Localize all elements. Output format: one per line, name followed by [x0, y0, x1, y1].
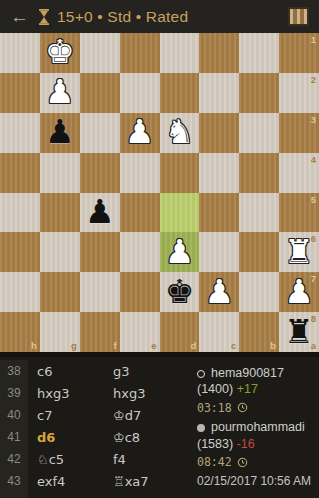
square-d3[interactable]: ♞ — [160, 113, 200, 153]
move-white-40[interactable]: c7 — [28, 408, 113, 423]
move-black-38[interactable]: g3 — [113, 364, 166, 379]
square-h5[interactable] — [0, 193, 40, 233]
square-c4[interactable] — [199, 153, 239, 193]
square-f1[interactable] — [80, 33, 120, 73]
rank-label-3: 3 — [311, 115, 316, 125]
black-rating-change: -16 — [237, 437, 255, 451]
square-h3[interactable] — [0, 113, 40, 153]
move-white-42[interactable]: ♘c5 — [28, 452, 113, 467]
square-d1[interactable] — [160, 33, 200, 73]
square-f3[interactable] — [80, 113, 120, 153]
move-number: 42 — [0, 448, 28, 470]
square-d6[interactable]: ♟ — [160, 232, 200, 272]
square-a1[interactable]: 1 — [279, 33, 319, 73]
square-d5[interactable] — [160, 193, 200, 233]
square-f5[interactable]: ♟ — [80, 193, 120, 233]
black-K-piece: ♚ — [165, 275, 195, 308]
white-rating-change: +17 — [237, 382, 258, 396]
square-d2[interactable] — [160, 73, 200, 113]
square-b6[interactable] — [239, 232, 279, 272]
square-a4[interactable]: 4 — [279, 153, 319, 193]
rank-label-2: 2 — [311, 75, 316, 85]
move-number: 41 — [0, 426, 28, 448]
hourglass-icon — [38, 9, 50, 25]
square-g7[interactable] — [40, 272, 80, 312]
black-player-icon — [197, 424, 205, 432]
black-player-name: pourmohammadi — [211, 420, 305, 434]
square-d7[interactable]: ♚ — [160, 272, 200, 312]
white-N-piece: ♞ — [165, 115, 195, 148]
mini-chessboard-icon[interactable] — [288, 7, 309, 27]
rank-label-6: 6 — [311, 234, 316, 244]
white-P-piece: ♟ — [205, 275, 235, 308]
square-a6[interactable]: ♜6 — [279, 232, 319, 272]
square-g2[interactable]: ♟ — [40, 73, 80, 113]
rank-label-7: 7 — [311, 274, 316, 284]
player-white[interactable]: hema900817 (1400) +17 — [197, 365, 315, 398]
square-g5[interactable] — [40, 193, 80, 233]
square-g8[interactable]: g — [40, 312, 80, 352]
file-label-h: h — [31, 341, 37, 351]
square-c8[interactable]: c — [199, 312, 239, 352]
square-f6[interactable] — [80, 232, 120, 272]
move-black-43[interactable]: ♖xa7 — [113, 474, 166, 489]
white-clock: 03:18 — [197, 401, 315, 416]
square-h2[interactable] — [0, 73, 40, 113]
clock-icon — [237, 402, 248, 413]
square-h6[interactable] — [0, 232, 40, 272]
move-number: 39 — [0, 382, 28, 404]
header: ← 15+0 • Std • Rated — [0, 0, 319, 33]
game-info-panel: hema900817 (1400) +17 03:18 pourmohammad… — [166, 357, 319, 498]
game-date: 02/15/2017 10:56 AM — [197, 474, 315, 490]
rank-label-4: 4 — [311, 155, 316, 165]
square-d8[interactable]: d — [160, 312, 200, 352]
game-title: 15+0 • Std • Rated — [57, 8, 188, 26]
square-b2[interactable] — [239, 73, 279, 113]
rank-label-5: 5 — [311, 195, 316, 205]
white-P-piece: ♟ — [45, 75, 75, 108]
square-f7[interactable] — [80, 272, 120, 312]
file-label-f: f — [113, 341, 116, 351]
square-d4[interactable] — [160, 153, 200, 193]
white-K-piece: ♚ — [45, 35, 75, 68]
move-row-44: 44♖b6♖a1+ — [0, 492, 166, 498]
move-white-38[interactable]: c6 — [28, 364, 113, 379]
black-player-rating: (1583) — [197, 437, 233, 451]
white-P-piece: ♟ — [165, 235, 195, 268]
square-g6[interactable] — [40, 232, 80, 272]
move-row-43: 43exf4♖xa7 — [0, 470, 166, 492]
black-clock: 08:42 — [197, 455, 315, 470]
square-f8[interactable]: f — [80, 312, 120, 352]
square-c6[interactable] — [199, 232, 239, 272]
square-e2[interactable] — [120, 73, 160, 113]
white-player-rating: (1400) — [197, 382, 233, 396]
square-e6[interactable] — [120, 232, 160, 272]
square-c5[interactable] — [199, 193, 239, 233]
file-label-g: g — [71, 341, 77, 351]
square-h8[interactable]: h — [0, 312, 40, 352]
rank-label-8: 8 — [311, 314, 316, 324]
white-P-piece: ♟ — [125, 115, 155, 148]
black-P-piece: ♟ — [85, 195, 115, 228]
clock-icon — [237, 457, 248, 468]
file-label-b: b — [270, 341, 276, 351]
square-e4[interactable] — [120, 153, 160, 193]
move-white-39[interactable]: hxg3 — [28, 386, 113, 401]
square-a7[interactable]: ♟7 — [279, 272, 319, 312]
chess-board: ♚1♟2♟♟♞34♟5♟♜6♚♟♟7hgfedcb♜8a — [0, 33, 319, 352]
move-black-40[interactable]: ♔d7 — [113, 408, 166, 423]
square-e7[interactable] — [120, 272, 160, 312]
square-b3[interactable] — [239, 113, 279, 153]
square-b7[interactable] — [239, 272, 279, 312]
file-label-c: c — [231, 341, 236, 351]
move-white-41[interactable]: d6 — [28, 430, 113, 445]
square-h7[interactable] — [0, 272, 40, 312]
square-a2[interactable]: 2 — [279, 73, 319, 113]
square-c2[interactable] — [199, 73, 239, 113]
white-P-piece: ♟ — [284, 275, 314, 308]
bottom-panel: 38c6g339hxg3hxg340c7♔d741d6♔c842♘c5f443e… — [0, 352, 319, 498]
move-row-38: 38c6g3 — [0, 360, 166, 382]
move-number: 44 — [0, 492, 28, 498]
square-a8[interactable]: ♜8a — [279, 312, 319, 352]
square-a3[interactable]: 3 — [279, 113, 319, 153]
move-row-42: 42♘c5f4 — [0, 448, 166, 470]
square-b1[interactable] — [239, 33, 279, 73]
square-h4[interactable] — [0, 153, 40, 193]
move-row-39: 39hxg3hxg3 — [0, 382, 166, 404]
square-e5[interactable] — [120, 193, 160, 233]
move-number: 40 — [0, 404, 28, 426]
square-f2[interactable] — [80, 73, 120, 113]
file-label-a: a — [311, 341, 316, 351]
black-P-piece: ♟ — [45, 115, 75, 148]
square-b8[interactable]: b — [239, 312, 279, 352]
square-e3[interactable]: ♟ — [120, 113, 160, 153]
back-arrow-icon[interactable]: ← — [10, 7, 29, 26]
move-list: 38c6g339hxg3hxg340c7♔d741d6♔c842♘c5f443e… — [0, 357, 166, 498]
square-g1[interactable]: ♚ — [40, 33, 80, 73]
square-h1[interactable] — [0, 33, 40, 73]
rank-label-1: 1 — [311, 35, 316, 45]
file-label-d: d — [191, 341, 197, 351]
square-c7[interactable]: ♟ — [199, 272, 239, 312]
square-e8[interactable]: e — [120, 312, 160, 352]
white-R-piece: ♜ — [284, 235, 314, 268]
square-c3[interactable] — [199, 113, 239, 153]
move-black-42[interactable]: f4 — [113, 452, 166, 467]
square-e1[interactable] — [120, 33, 160, 73]
white-player-icon — [197, 370, 205, 378]
move-row-41: 41d6♔c8 — [0, 426, 166, 448]
file-label-e: e — [151, 341, 156, 351]
move-black-41[interactable]: ♔c8 — [113, 430, 166, 445]
square-b4[interactable] — [239, 153, 279, 193]
square-b5[interactable] — [239, 193, 279, 233]
black-R-piece: ♜ — [284, 315, 314, 348]
move-number: 43 — [0, 470, 28, 492]
move-row-40: 40c7♔d7 — [0, 404, 166, 426]
square-c1[interactable] — [199, 33, 239, 73]
move-black-39[interactable]: hxg3 — [113, 386, 166, 401]
square-f4[interactable] — [80, 153, 120, 193]
chess-app: ← 15+0 • Std • Rated ♚1♟2♟♟♞34♟5♟♜6♚♟♟7h… — [0, 0, 319, 498]
square-g4[interactable] — [40, 153, 80, 193]
square-a5[interactable]: 5 — [279, 193, 319, 233]
move-white-43[interactable]: exf4 — [28, 474, 113, 489]
player-black[interactable]: pourmohammadi (1583) -16 — [197, 419, 315, 452]
move-number: 38 — [0, 360, 28, 382]
white-player-name: hema900817 — [211, 366, 284, 380]
square-g3[interactable]: ♟ — [40, 113, 80, 153]
